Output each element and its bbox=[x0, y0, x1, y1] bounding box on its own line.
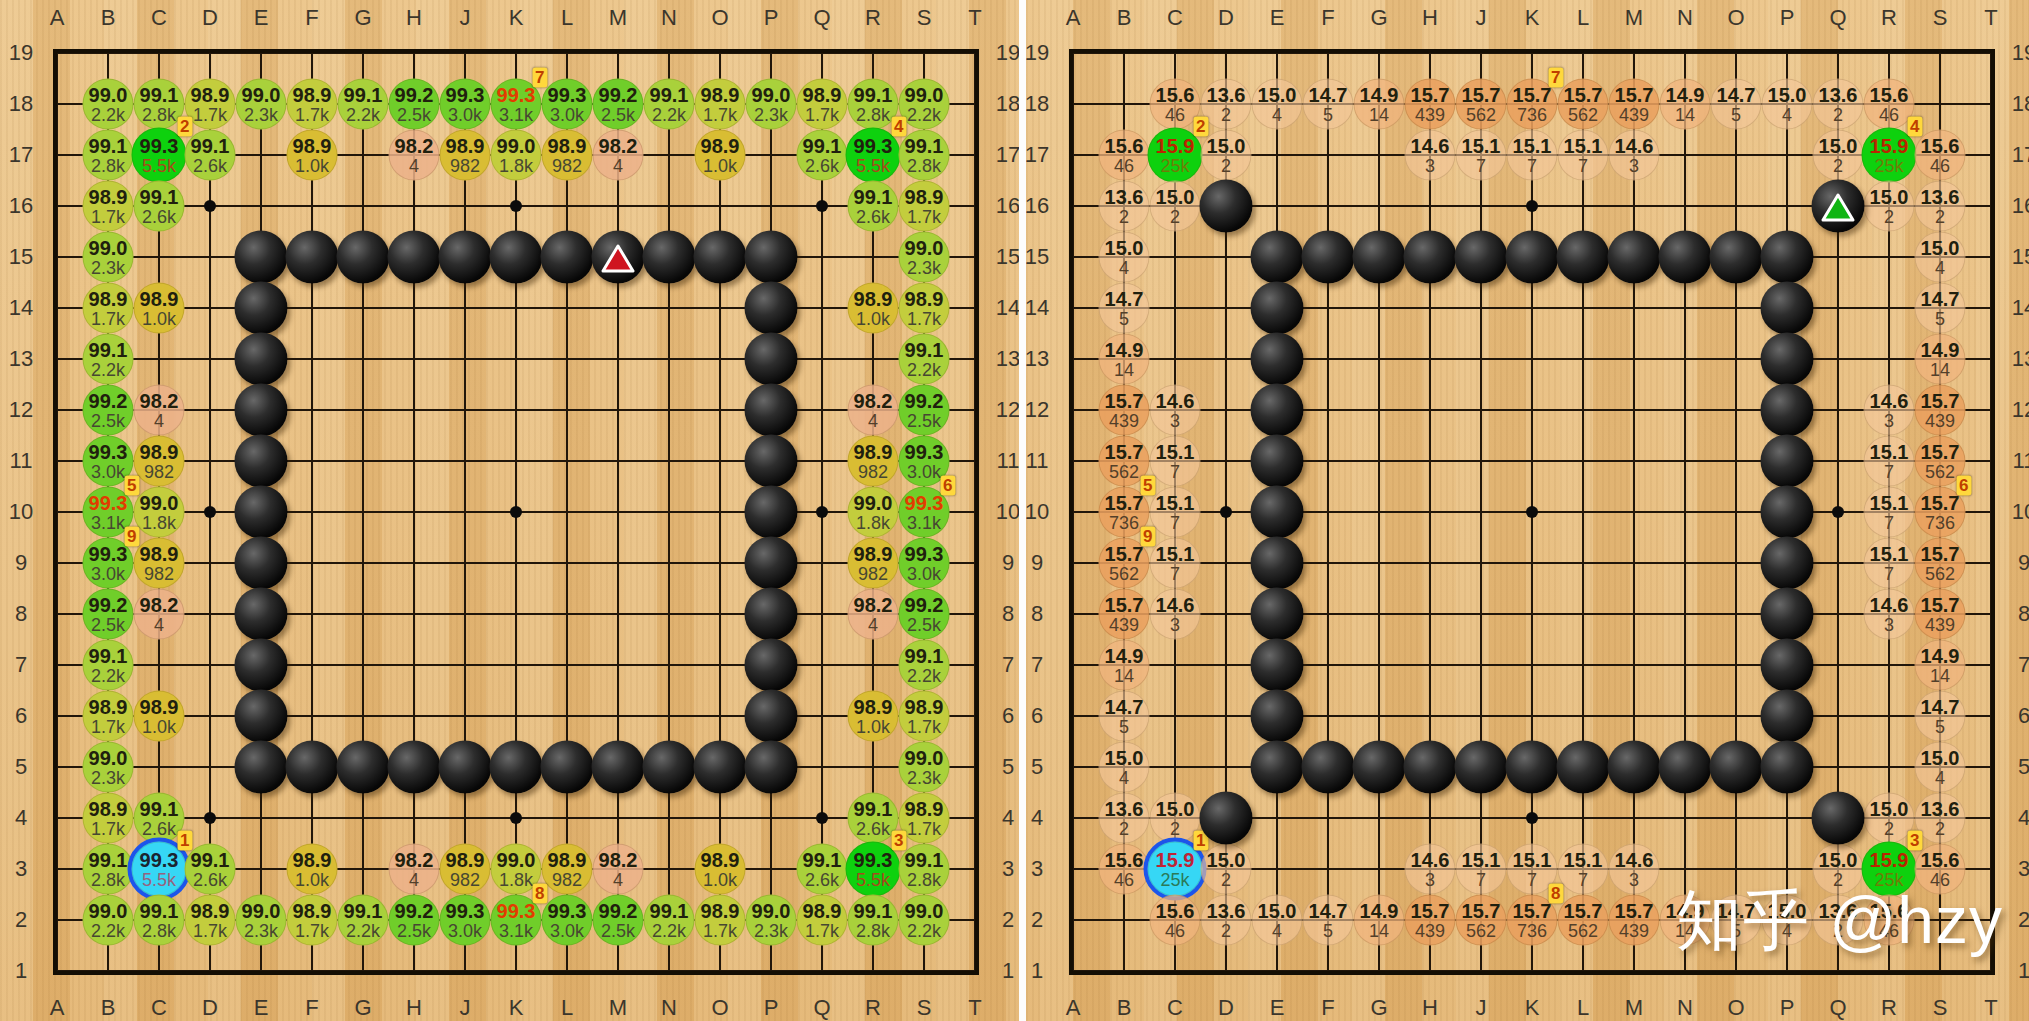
coord-letter-top-H: H bbox=[1422, 5, 1438, 31]
coord-letter-bottom-G: G bbox=[1370, 995, 1387, 1021]
coord-number-left-19: 19 bbox=[1025, 40, 1049, 66]
coord-number-left-16: 16 bbox=[1025, 193, 1049, 219]
coord-number-right-9: 9 bbox=[2018, 550, 2029, 576]
black-stone-M5 bbox=[1608, 741, 1661, 794]
candidate-move-B17[interactable]: 15.646 bbox=[1099, 130, 1150, 181]
black-stone-L15 bbox=[1557, 231, 1610, 284]
black-stone-F15 bbox=[1302, 231, 1355, 284]
coord-letter-top-O: O bbox=[1727, 5, 1744, 31]
black-stone-J15 bbox=[1455, 231, 1508, 284]
candidate-move-G18[interactable]: 14.914 bbox=[1354, 79, 1405, 130]
candidate-move-R8[interactable]: 14.63 bbox=[1864, 589, 1915, 640]
star-point-Q10 bbox=[1832, 506, 1844, 518]
candidate-move-H18[interactable]: 15.7439 bbox=[1405, 79, 1456, 130]
candidate-move-S12[interactable]: 15.7439 bbox=[1915, 385, 1966, 436]
candidate-move-Q17[interactable]: 15.02 bbox=[1813, 130, 1864, 181]
candidate-move-S16[interactable]: 13.62 bbox=[1915, 181, 1966, 232]
candidate-move-S14[interactable]: 14.75 bbox=[1915, 283, 1966, 334]
coord-letter-bottom-R: R bbox=[1881, 995, 1897, 1021]
coord-letter-bottom-A: A bbox=[1066, 995, 1081, 1021]
coord-number-left-2: 2 bbox=[1031, 907, 1043, 933]
candidate-move-S9[interactable]: 15.7562 bbox=[1915, 538, 1966, 589]
candidate-move-C10[interactable]: 15.17 bbox=[1150, 487, 1201, 538]
coord-letter-top-L: L bbox=[1577, 5, 1589, 31]
black-stone-E10 bbox=[1251, 486, 1304, 539]
coord-number-left-12: 12 bbox=[1025, 397, 1049, 423]
triangle-marker-icon-Q16 bbox=[1820, 192, 1856, 224]
candidate-move-D2[interactable]: 13.62 bbox=[1201, 895, 1252, 946]
coord-letter-bottom-N: N bbox=[1677, 995, 1693, 1021]
coord-letter-bottom-B: B bbox=[1117, 995, 1132, 1021]
coord-letter-bottom-E: E bbox=[1270, 995, 1285, 1021]
coord-letter-top-G: G bbox=[1370, 5, 1387, 31]
black-stone-P9 bbox=[1761, 537, 1814, 590]
candidate-move-L17[interactable]: 15.17 bbox=[1558, 130, 1609, 181]
black-stone-Q4 bbox=[1812, 792, 1865, 845]
black-stone-E6 bbox=[1251, 690, 1304, 743]
coord-number-left-8: 8 bbox=[1031, 601, 1043, 627]
candidate-move-B6[interactable]: 14.75 bbox=[1099, 691, 1150, 742]
black-stone-E8 bbox=[1251, 588, 1304, 641]
coord-letter-top-D: D bbox=[1218, 5, 1234, 31]
coord-letter-top-E: E bbox=[1270, 5, 1285, 31]
candidate-move-M2[interactable]: 15.7439 bbox=[1609, 895, 1660, 946]
coord-number-right-1: 1 bbox=[2018, 958, 2029, 984]
coord-number-right-8: 8 bbox=[2018, 601, 2029, 627]
coord-letter-top-R: R bbox=[1881, 5, 1897, 31]
coord-letter-bottom-D: D bbox=[1218, 995, 1234, 1021]
candidate-move-B9[interactable]: 15.75629 bbox=[1099, 538, 1150, 589]
candidate-move-F2[interactable]: 14.75 bbox=[1303, 895, 1354, 946]
coord-number-right-17: 17 bbox=[2012, 142, 2029, 168]
coord-letter-bottom-L: L bbox=[1577, 995, 1589, 1021]
black-stone-E5 bbox=[1251, 741, 1304, 794]
coord-number-right-11: 11 bbox=[2013, 448, 2029, 474]
watermark-text: 知乎 @hzy bbox=[1676, 876, 2003, 966]
coord-letter-top-P: P bbox=[1780, 5, 1795, 31]
candidate-move-R10[interactable]: 15.17 bbox=[1864, 487, 1915, 538]
black-stone-H15 bbox=[1404, 231, 1457, 284]
coord-letter-top-A: A bbox=[1066, 5, 1081, 31]
coord-number-right-19: 19 bbox=[2012, 40, 2029, 66]
candidate-move-B12[interactable]: 15.7439 bbox=[1099, 385, 1150, 436]
coord-letter-bottom-O: O bbox=[1727, 995, 1744, 1021]
candidate-move-M3[interactable]: 14.63 bbox=[1609, 844, 1660, 895]
coord-letter-bottom-P: P bbox=[1780, 995, 1795, 1021]
coord-letter-top-N: N bbox=[1677, 5, 1693, 31]
candidate-move-H3[interactable]: 14.63 bbox=[1405, 844, 1456, 895]
candidate-move-H2[interactable]: 15.7439 bbox=[1405, 895, 1456, 946]
coord-letter-bottom-T: T bbox=[1984, 995, 1997, 1021]
candidate-move-E18[interactable]: 15.04 bbox=[1252, 79, 1303, 130]
go-analysis-screenshot: AABBCCDDEEFFGGHHJJKKLLMMNNOOPPQQRRSSTT19… bbox=[0, 0, 2029, 1021]
coord-number-left-1: 1 bbox=[1031, 958, 1043, 984]
coord-number-right-18: 18 bbox=[2012, 91, 2029, 117]
candidate-move-S17[interactable]: 15.646 bbox=[1915, 130, 1966, 181]
candidate-move-B8[interactable]: 15.7439 bbox=[1099, 589, 1150, 640]
candidate-move-C17[interactable]: 15.925k2 bbox=[1148, 128, 1203, 183]
candidate-move-G2[interactable]: 14.914 bbox=[1354, 895, 1405, 946]
coord-letter-bottom-H: H bbox=[1422, 995, 1438, 1021]
black-stone-E9 bbox=[1251, 537, 1304, 590]
coord-number-right-4: 4 bbox=[2018, 805, 2029, 831]
black-stone-N15 bbox=[1659, 231, 1712, 284]
coord-number-left-10: 10 bbox=[1025, 499, 1049, 525]
move-order-label-6: 6 bbox=[1956, 476, 1971, 496]
candidate-move-C12[interactable]: 14.63 bbox=[1150, 385, 1201, 436]
black-stone-H5 bbox=[1404, 741, 1457, 794]
candidate-move-K2[interactable]: 15.77368 bbox=[1507, 895, 1558, 946]
candidate-move-N18[interactable]: 14.914 bbox=[1660, 79, 1711, 130]
candidate-move-S10[interactable]: 15.77366 bbox=[1915, 487, 1966, 538]
coord-number-left-11: 11 bbox=[1026, 448, 1049, 474]
coord-number-right-6: 6 bbox=[2018, 703, 2029, 729]
move-order-label-9: 9 bbox=[1140, 527, 1155, 547]
coord-number-left-18: 18 bbox=[1025, 91, 1049, 117]
coord-number-right-14: 14 bbox=[2012, 295, 2029, 321]
black-stone-E11 bbox=[1251, 435, 1304, 488]
black-stone-P8 bbox=[1761, 588, 1814, 641]
coord-number-right-5: 5 bbox=[2018, 754, 2029, 780]
candidate-move-B3[interactable]: 15.646 bbox=[1099, 844, 1150, 895]
coord-number-left-17: 17 bbox=[1025, 142, 1049, 168]
move-order-label-7: 7 bbox=[1548, 68, 1563, 88]
black-stone-P11 bbox=[1761, 435, 1814, 488]
black-stone-E7 bbox=[1251, 639, 1304, 692]
candidate-move-B13[interactable]: 14.914 bbox=[1099, 334, 1150, 385]
coord-number-right-12: 12 bbox=[2012, 397, 2029, 423]
candidate-move-B14[interactable]: 14.75 bbox=[1099, 283, 1150, 334]
coord-letter-top-F: F bbox=[1321, 5, 1334, 31]
candidate-move-J18[interactable]: 15.7562 bbox=[1456, 79, 1507, 130]
candidate-move-S15[interactable]: 15.04 bbox=[1915, 232, 1966, 283]
coord-letter-top-Q: Q bbox=[1829, 5, 1846, 31]
coord-number-left-14: 14 bbox=[1025, 295, 1049, 321]
coord-number-left-9: 9 bbox=[1031, 550, 1043, 576]
candidate-move-S8[interactable]: 15.7439 bbox=[1915, 589, 1966, 640]
black-stone-L5 bbox=[1557, 741, 1610, 794]
candidate-move-C8[interactable]: 14.63 bbox=[1150, 589, 1201, 640]
coord-number-right-7: 7 bbox=[2018, 652, 2029, 678]
candidate-move-B15[interactable]: 15.04 bbox=[1099, 232, 1150, 283]
coord-number-left-3: 3 bbox=[1031, 856, 1043, 882]
candidate-move-E2[interactable]: 15.04 bbox=[1252, 895, 1303, 946]
black-stone-E13 bbox=[1251, 333, 1304, 386]
black-stone-P6 bbox=[1761, 690, 1814, 743]
coord-number-right-15: 15 bbox=[2012, 244, 2029, 270]
black-stone-P10 bbox=[1761, 486, 1814, 539]
star-point-K4 bbox=[1526, 812, 1538, 824]
candidate-move-C9[interactable]: 15.17 bbox=[1150, 538, 1201, 589]
star-point-K10 bbox=[1526, 506, 1538, 518]
coord-number-left-4: 4 bbox=[1031, 805, 1043, 831]
black-stone-P5 bbox=[1761, 741, 1814, 794]
move-order-label-5: 5 bbox=[1140, 476, 1155, 496]
coord-number-right-3: 3 bbox=[2018, 856, 2029, 882]
black-stone-E15 bbox=[1251, 231, 1304, 284]
coord-letter-bottom-C: C bbox=[1167, 995, 1183, 1021]
coord-letter-bottom-K: K bbox=[1525, 995, 1540, 1021]
candidate-move-C16[interactable]: 15.02 bbox=[1150, 181, 1201, 232]
candidate-move-R9[interactable]: 15.17 bbox=[1864, 538, 1915, 589]
coord-letter-top-B: B bbox=[1117, 5, 1132, 31]
black-stone-F5 bbox=[1302, 741, 1355, 794]
black-stone-P12 bbox=[1761, 384, 1814, 437]
coord-letter-top-T: T bbox=[1984, 5, 1997, 31]
black-stone-K5 bbox=[1506, 741, 1559, 794]
board-right[interactable]: AABBCCDDEEFFGGHHJJKKLLMMNNOOPPQQRRSSTT19… bbox=[0, 0, 2029, 1021]
black-stone-D4 bbox=[1200, 792, 1253, 845]
black-stone-G15 bbox=[1353, 231, 1406, 284]
candidate-move-L2[interactable]: 15.7562 bbox=[1558, 895, 1609, 946]
candidate-move-S7[interactable]: 14.914 bbox=[1915, 640, 1966, 691]
black-stone-P13 bbox=[1761, 333, 1814, 386]
move-order-label-2: 2 bbox=[1193, 117, 1208, 137]
move-order-label-3: 3 bbox=[1907, 831, 1922, 851]
candidate-move-B5[interactable]: 15.04 bbox=[1099, 742, 1150, 793]
candidate-move-R17[interactable]: 15.925k4 bbox=[1862, 128, 1917, 183]
candidate-move-D17[interactable]: 15.02 bbox=[1201, 130, 1252, 181]
candidate-move-F18[interactable]: 14.75 bbox=[1303, 79, 1354, 130]
black-stone-M15 bbox=[1608, 231, 1661, 284]
candidate-move-Q18[interactable]: 13.62 bbox=[1813, 79, 1864, 130]
candidate-move-B16[interactable]: 13.62 bbox=[1099, 181, 1150, 232]
star-point-K16 bbox=[1526, 200, 1538, 212]
black-stone-K15 bbox=[1506, 231, 1559, 284]
black-stone-J5 bbox=[1455, 741, 1508, 794]
coord-number-left-15: 15 bbox=[1025, 244, 1049, 270]
move-order-label-4: 4 bbox=[1907, 117, 1922, 137]
coord-letter-top-S: S bbox=[1933, 5, 1948, 31]
candidate-move-M18[interactable]: 15.7439 bbox=[1609, 79, 1660, 130]
black-stone-O15 bbox=[1710, 231, 1763, 284]
candidate-move-J17[interactable]: 15.17 bbox=[1456, 130, 1507, 181]
candidate-move-K17[interactable]: 15.17 bbox=[1507, 130, 1558, 181]
candidate-move-B7[interactable]: 14.914 bbox=[1099, 640, 1150, 691]
candidate-move-K18[interactable]: 15.77367 bbox=[1507, 79, 1558, 130]
black-stone-E12 bbox=[1251, 384, 1304, 437]
candidate-move-M17[interactable]: 14.63 bbox=[1609, 130, 1660, 181]
candidate-move-C11[interactable]: 15.17 bbox=[1150, 436, 1201, 487]
candidate-move-J3[interactable]: 15.17 bbox=[1456, 844, 1507, 895]
candidate-move-O18[interactable]: 14.75 bbox=[1711, 79, 1762, 130]
coord-number-left-13: 13 bbox=[1025, 346, 1049, 372]
candidate-move-R16[interactable]: 15.02 bbox=[1864, 181, 1915, 232]
candidate-move-C2[interactable]: 15.646 bbox=[1150, 895, 1201, 946]
black-stone-P7 bbox=[1761, 639, 1814, 692]
candidate-move-R11[interactable]: 15.17 bbox=[1864, 436, 1915, 487]
candidate-move-R12[interactable]: 14.63 bbox=[1864, 385, 1915, 436]
candidate-move-L3[interactable]: 15.17 bbox=[1558, 844, 1609, 895]
candidate-move-B4[interactable]: 13.62 bbox=[1099, 793, 1150, 844]
candidate-move-S6[interactable]: 14.75 bbox=[1915, 691, 1966, 742]
coord-letter-top-K: K bbox=[1525, 5, 1540, 31]
candidate-move-D3[interactable]: 15.02 bbox=[1201, 844, 1252, 895]
candidate-move-J2[interactable]: 15.7562 bbox=[1456, 895, 1507, 946]
star-point-D10 bbox=[1220, 506, 1232, 518]
coord-number-left-7: 7 bbox=[1031, 652, 1043, 678]
candidate-move-L18[interactable]: 15.7562 bbox=[1558, 79, 1609, 130]
candidate-move-C3[interactable]: 15.925k1 bbox=[1144, 838, 1207, 901]
black-stone-N5 bbox=[1659, 741, 1712, 794]
coord-letter-top-C: C bbox=[1167, 5, 1183, 31]
black-stone-G5 bbox=[1353, 741, 1406, 794]
black-stone-D16 bbox=[1200, 180, 1253, 233]
coord-letter-top-J: J bbox=[1476, 5, 1487, 31]
coord-number-left-5: 5 bbox=[1031, 754, 1043, 780]
coord-letter-bottom-Q: Q bbox=[1829, 995, 1846, 1021]
coord-number-right-13: 13 bbox=[2012, 346, 2029, 372]
black-stone-P14 bbox=[1761, 282, 1814, 335]
board-divider bbox=[1019, 0, 1026, 1021]
coord-number-right-2: 2 bbox=[2018, 907, 2029, 933]
move-order-label-8: 8 bbox=[1548, 884, 1563, 904]
coord-letter-bottom-J: J bbox=[1476, 995, 1487, 1021]
coord-number-right-16: 16 bbox=[2012, 193, 2029, 219]
candidate-move-S5[interactable]: 15.04 bbox=[1915, 742, 1966, 793]
candidate-move-P18[interactable]: 15.04 bbox=[1762, 79, 1813, 130]
candidate-move-S13[interactable]: 14.914 bbox=[1915, 334, 1966, 385]
candidate-move-H17[interactable]: 14.63 bbox=[1405, 130, 1456, 181]
coord-letter-top-M: M bbox=[1625, 5, 1643, 31]
coord-number-left-6: 6 bbox=[1031, 703, 1043, 729]
coord-letter-bottom-M: M bbox=[1625, 995, 1643, 1021]
coord-number-right-10: 10 bbox=[2012, 499, 2029, 525]
black-stone-P15 bbox=[1761, 231, 1814, 284]
black-stone-O5 bbox=[1710, 741, 1763, 794]
coord-letter-bottom-F: F bbox=[1321, 995, 1334, 1021]
coord-letter-bottom-S: S bbox=[1933, 995, 1948, 1021]
black-stone-E14 bbox=[1251, 282, 1304, 335]
